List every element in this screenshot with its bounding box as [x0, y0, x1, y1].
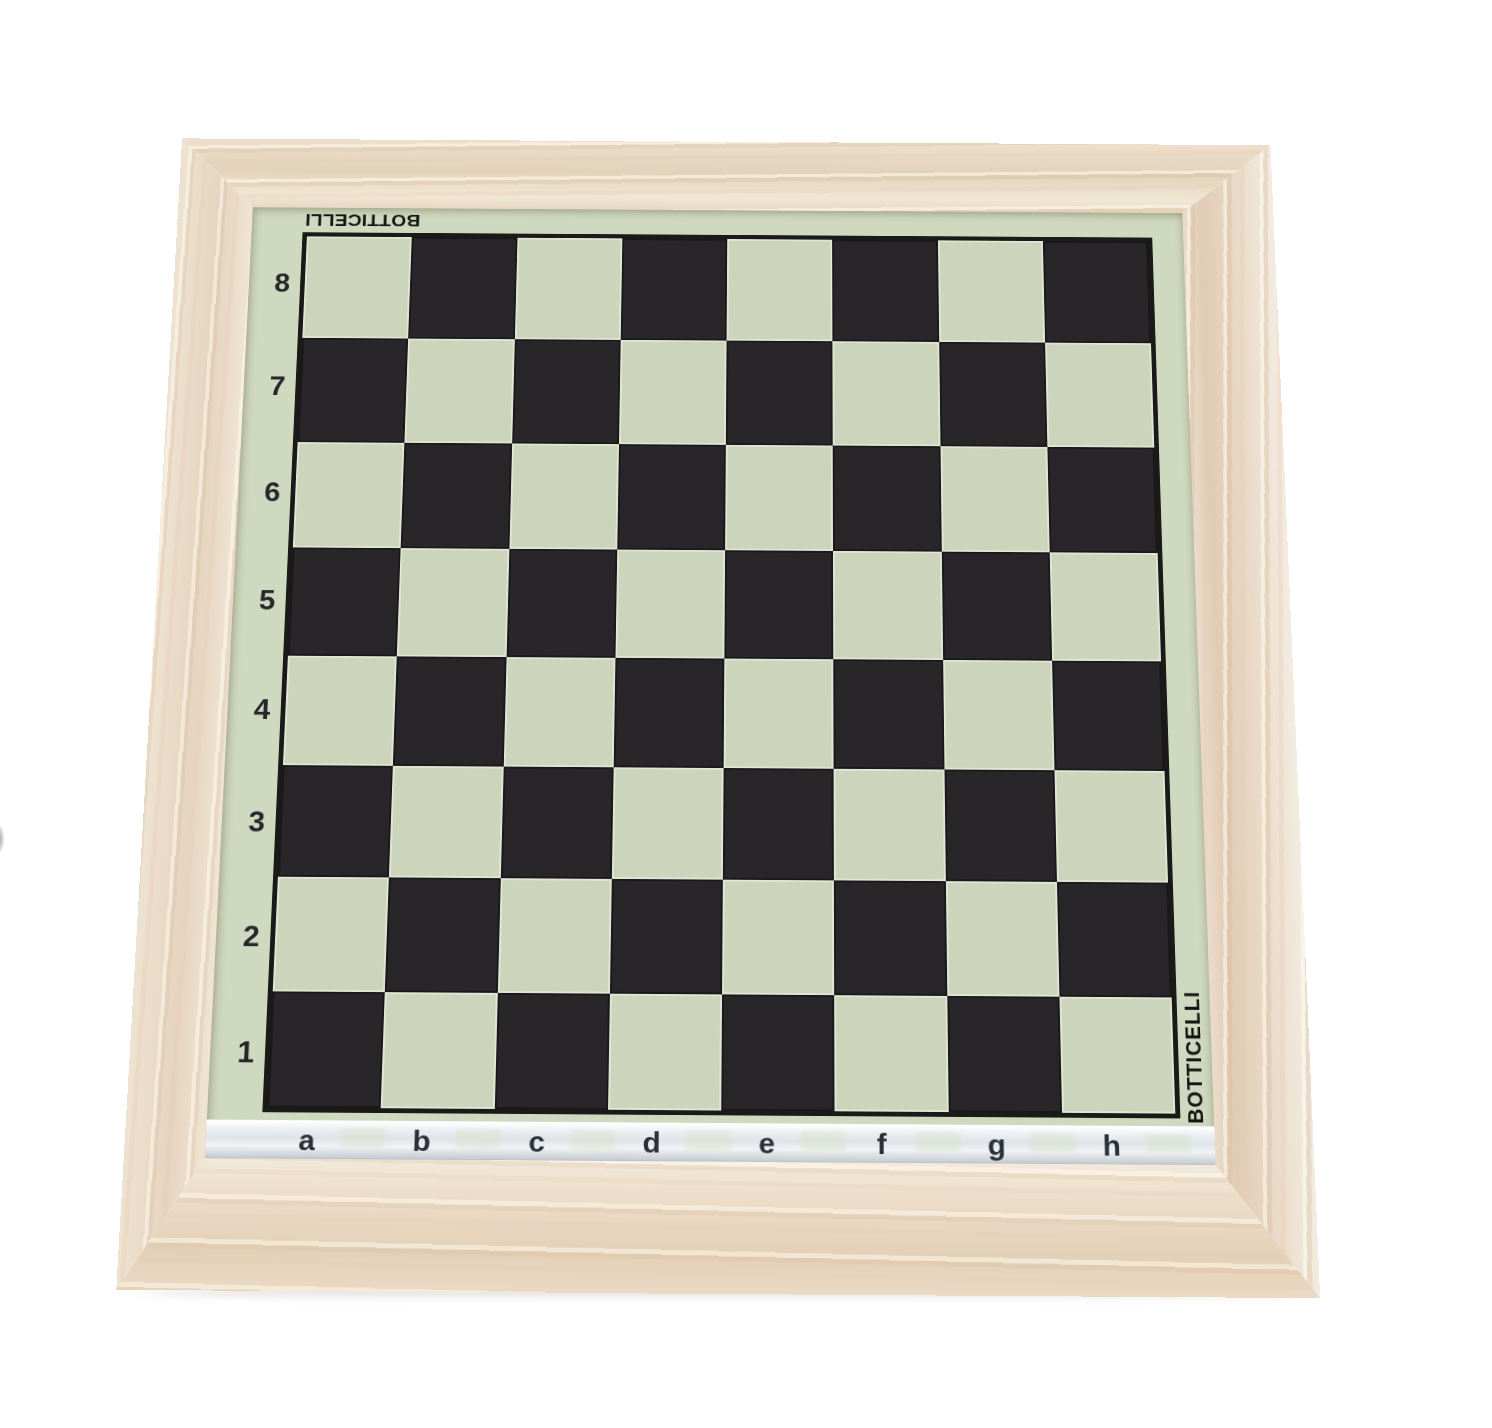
rank-label-6: 6: [236, 439, 293, 546]
square-h2[interactable]: [1057, 882, 1172, 997]
square-c8[interactable]: [514, 238, 622, 340]
square-g1[interactable]: [947, 996, 1062, 1113]
square-h1[interactable]: [1059, 996, 1175, 1113]
square-c3[interactable]: [500, 766, 613, 879]
brand-label-top: BOTTICELLI: [305, 211, 421, 229]
square-c7[interactable]: [512, 340, 621, 444]
square-e1[interactable]: [721, 994, 834, 1111]
square-a5[interactable]: [288, 548, 401, 656]
photo-artifact-left-edge: [0, 816, 11, 862]
square-h8[interactable]: [1043, 241, 1151, 344]
square-e3[interactable]: [723, 768, 834, 881]
square-f7[interactable]: [833, 342, 940, 446]
frame-top-rail: [178, 138, 1273, 213]
file-label-c: c: [479, 1122, 595, 1160]
square-g3[interactable]: [944, 769, 1057, 882]
square-e2[interactable]: [722, 880, 834, 995]
square-d8[interactable]: [620, 238, 727, 340]
board-surface: BOTTICELLI 87654321 BOTTICELLI abcdefgh: [205, 207, 1216, 1165]
square-g5[interactable]: [941, 552, 1052, 660]
square-h4[interactable]: [1052, 660, 1165, 771]
square-d4[interactable]: [613, 657, 724, 768]
square-h6[interactable]: [1047, 447, 1157, 553]
square-f5[interactable]: [833, 551, 942, 659]
square-a7[interactable]: [298, 338, 409, 442]
square-g7[interactable]: [939, 342, 1047, 446]
square-d3[interactable]: [612, 767, 724, 880]
square-b1[interactable]: [381, 992, 497, 1109]
photo-background: BOTTICELLI 87654321 BOTTICELLI abcdefgh: [0, 0, 1492, 1428]
rank-label-3: 3: [219, 766, 278, 879]
file-label-g: g: [939, 1125, 1055, 1163]
chess-grid: [262, 232, 1180, 1118]
square-b3[interactable]: [389, 766, 503, 879]
file-label-e: e: [709, 1124, 824, 1162]
square-e4[interactable]: [724, 658, 834, 769]
square-h7[interactable]: [1045, 343, 1154, 447]
square-c6[interactable]: [509, 443, 619, 549]
square-e5[interactable]: [724, 550, 833, 658]
file-label-a: a: [248, 1121, 365, 1159]
square-c5[interactable]: [506, 549, 617, 657]
square-a4[interactable]: [283, 655, 397, 765]
square-e6[interactable]: [725, 445, 833, 551]
square-f6[interactable]: [833, 445, 941, 551]
square-a2[interactable]: [273, 877, 389, 992]
chessboard: BOTTICELLI 87654321 BOTTICELLI abcdefgh: [116, 138, 1320, 1298]
square-c1[interactable]: [494, 993, 609, 1110]
square-f8[interactable]: [832, 240, 938, 343]
square-d1[interactable]: [608, 993, 722, 1110]
square-g8[interactable]: [937, 240, 1044, 343]
square-c4[interactable]: [503, 657, 615, 768]
square-e8[interactable]: [727, 239, 833, 342]
file-label-d: d: [594, 1123, 709, 1161]
file-letter-strip: abcdefgh: [205, 1120, 1216, 1166]
square-d7[interactable]: [619, 340, 727, 444]
file-label-h: h: [1054, 1126, 1170, 1164]
file-label-f: f: [824, 1125, 939, 1163]
rank-label-2: 2: [213, 879, 273, 995]
file-label-b: b: [363, 1122, 479, 1160]
square-f4[interactable]: [834, 659, 945, 770]
rank-label-5: 5: [230, 546, 288, 655]
square-b5[interactable]: [397, 548, 509, 656]
square-d5[interactable]: [615, 550, 725, 658]
rank-label-1: 1: [207, 994, 268, 1112]
rank-label-7: 7: [241, 335, 298, 440]
square-b6[interactable]: [401, 443, 512, 549]
square-h5[interactable]: [1049, 552, 1161, 660]
square-f2[interactable]: [834, 881, 947, 996]
square-b4[interactable]: [393, 656, 506, 767]
square-b8[interactable]: [408, 237, 517, 339]
square-g4[interactable]: [943, 660, 1055, 771]
square-b7[interactable]: [405, 339, 515, 443]
square-g6[interactable]: [940, 446, 1049, 552]
square-a6[interactable]: [293, 442, 405, 548]
square-e7[interactable]: [726, 341, 833, 445]
frame-bottom-rail: [116, 1158, 1320, 1299]
square-d2[interactable]: [610, 879, 723, 994]
square-a8[interactable]: [302, 236, 412, 338]
square-a1[interactable]: [267, 991, 385, 1108]
rank-label-8: 8: [246, 232, 302, 335]
square-g2[interactable]: [945, 881, 1059, 996]
rank-label-4: 4: [225, 655, 284, 766]
square-h3[interactable]: [1054, 770, 1168, 883]
square-f3[interactable]: [834, 769, 946, 882]
square-c2[interactable]: [497, 878, 611, 993]
brand-label-side: BOTTICELLI: [1181, 991, 1207, 1124]
square-d6[interactable]: [617, 444, 726, 550]
square-b2[interactable]: [385, 878, 500, 993]
square-a3[interactable]: [278, 765, 393, 878]
square-f1[interactable]: [834, 995, 948, 1112]
